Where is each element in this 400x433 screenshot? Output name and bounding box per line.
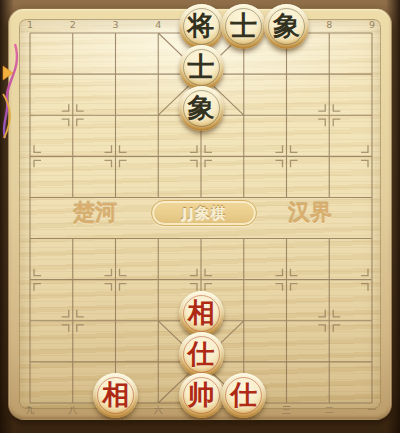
game-screen: 123456789 九八七六五四三二一 楚河 JJ象棋 汉界 将士象士象相仕相帅… (0, 0, 400, 433)
piece-glyph: 将 (188, 12, 215, 39)
piece-glyph: 相 (188, 299, 215, 326)
piece-black-象[interactable]: 象 (264, 4, 309, 49)
piece-black-士[interactable]: 士 (179, 45, 224, 90)
piece-black-士[interactable]: 士 (221, 4, 266, 49)
piece-glyph: 仕 (230, 381, 257, 408)
piece-glyph: 士 (230, 12, 257, 39)
piece-glyph: 相 (102, 381, 129, 408)
piece-glyph: 士 (188, 53, 215, 80)
ribbon-curve (4, 44, 17, 138)
piece-black-象[interactable]: 象 (179, 86, 224, 131)
piece-red-相[interactable]: 相 (179, 291, 224, 336)
piece-glyph: 仕 (188, 340, 215, 367)
side-menu-handle[interactable] (0, 44, 22, 140)
piece-black-将[interactable]: 将 (179, 4, 224, 49)
piece-glyph: 帅 (188, 381, 215, 408)
piece-red-仕[interactable]: 仕 (179, 332, 224, 377)
piece-glyph: 象 (188, 94, 215, 121)
app-logo: JJ象棋 (151, 200, 257, 226)
piece-red-帅[interactable]: 帅 (179, 373, 224, 418)
app-logo-text: JJ象棋 (182, 204, 226, 223)
piece-glyph: 象 (273, 12, 300, 39)
